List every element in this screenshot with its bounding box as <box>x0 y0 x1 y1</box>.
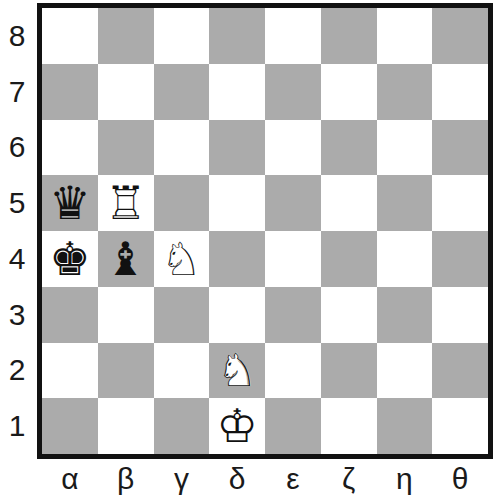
square-e3[interactable] <box>265 287 321 343</box>
square-b4[interactable]: ♝ <box>98 231 154 287</box>
rank-label-1: 1 <box>0 398 34 454</box>
square-h3[interactable] <box>432 287 488 343</box>
file-label-c: γ <box>154 459 210 499</box>
square-e5[interactable] <box>265 175 321 231</box>
square-c6[interactable] <box>154 120 210 176</box>
square-h7[interactable] <box>432 64 488 120</box>
square-g3[interactable] <box>377 287 433 343</box>
square-h1[interactable] <box>432 398 488 454</box>
square-d5[interactable] <box>209 175 265 231</box>
square-f4[interactable] <box>321 231 377 287</box>
file-label-g: η <box>377 459 433 499</box>
square-g1[interactable] <box>377 398 433 454</box>
white-king-glyph: ♔ <box>217 403 258 449</box>
square-a2[interactable] <box>42 343 98 399</box>
square-b5[interactable]: ♜♖ <box>98 175 154 231</box>
file-label-f: ζ <box>321 459 377 499</box>
file-label-e: ε <box>265 459 321 499</box>
square-a7[interactable] <box>42 64 98 120</box>
square-a8[interactable] <box>42 8 98 64</box>
square-e2[interactable] <box>265 343 321 399</box>
white-knight-piece[interactable]: ♞♘ <box>154 231 210 287</box>
black-bishop-glyph: ♝ <box>105 236 146 282</box>
square-g7[interactable] <box>377 64 433 120</box>
square-e6[interactable] <box>265 120 321 176</box>
file-labels: αβγδεζηθ <box>42 459 488 499</box>
square-g2[interactable] <box>377 343 433 399</box>
square-d4[interactable] <box>209 231 265 287</box>
white-rook-piece[interactable]: ♜♖ <box>98 175 154 231</box>
white-rook-glyph: ♖ <box>105 180 146 226</box>
square-c7[interactable] <box>154 64 210 120</box>
rank-labels: 87654321 <box>0 8 34 454</box>
square-c2[interactable] <box>154 343 210 399</box>
square-f5[interactable] <box>321 175 377 231</box>
square-c8[interactable] <box>154 8 210 64</box>
square-e7[interactable] <box>265 64 321 120</box>
square-h5[interactable] <box>432 175 488 231</box>
square-h2[interactable] <box>432 343 488 399</box>
black-bishop-piece[interactable]: ♝ <box>98 231 154 287</box>
square-a4[interactable]: ♚ <box>42 231 98 287</box>
square-f3[interactable] <box>321 287 377 343</box>
file-label-h: θ <box>432 459 488 499</box>
square-c5[interactable] <box>154 175 210 231</box>
square-a5[interactable]: ♛ <box>42 175 98 231</box>
square-e8[interactable] <box>265 8 321 64</box>
rank-label-2: 2 <box>0 343 34 399</box>
rank-label-7: 7 <box>0 64 34 120</box>
chess-board: ♛♜♖♚♝♞♘♞♘♚♔ <box>37 3 493 459</box>
square-g4[interactable] <box>377 231 433 287</box>
square-d8[interactable] <box>209 8 265 64</box>
square-f8[interactable] <box>321 8 377 64</box>
square-d7[interactable] <box>209 64 265 120</box>
square-f1[interactable] <box>321 398 377 454</box>
rank-label-8: 8 <box>0 8 34 64</box>
square-b8[interactable] <box>98 8 154 64</box>
square-f2[interactable] <box>321 343 377 399</box>
square-g8[interactable] <box>377 8 433 64</box>
white-knight-glyph: ♘ <box>217 347 258 393</box>
square-d3[interactable] <box>209 287 265 343</box>
square-b2[interactable] <box>98 343 154 399</box>
file-label-d: δ <box>209 459 265 499</box>
square-f6[interactable] <box>321 120 377 176</box>
square-b1[interactable] <box>98 398 154 454</box>
file-label-b: β <box>98 459 154 499</box>
square-h4[interactable] <box>432 231 488 287</box>
square-d6[interactable] <box>209 120 265 176</box>
square-e1[interactable] <box>265 398 321 454</box>
square-b3[interactable] <box>98 287 154 343</box>
square-a6[interactable] <box>42 120 98 176</box>
rank-label-5: 5 <box>0 175 34 231</box>
rank-label-3: 3 <box>0 287 34 343</box>
square-h6[interactable] <box>432 120 488 176</box>
square-a3[interactable] <box>42 287 98 343</box>
square-a1[interactable] <box>42 398 98 454</box>
rank-label-4: 4 <box>0 231 34 287</box>
file-label-a: α <box>42 459 98 499</box>
square-h8[interactable] <box>432 8 488 64</box>
square-d1[interactable]: ♚♔ <box>209 398 265 454</box>
square-c1[interactable] <box>154 398 210 454</box>
white-king-piece[interactable]: ♚♔ <box>209 398 265 454</box>
square-g6[interactable] <box>377 120 433 176</box>
square-f7[interactable] <box>321 64 377 120</box>
square-g5[interactable] <box>377 175 433 231</box>
square-c3[interactable] <box>154 287 210 343</box>
black-queen-piece[interactable]: ♛ <box>42 175 98 231</box>
black-king-glyph: ♚ <box>49 236 90 282</box>
square-c4[interactable]: ♞♘ <box>154 231 210 287</box>
square-b6[interactable] <box>98 120 154 176</box>
black-queen-glyph: ♛ <box>49 180 90 226</box>
square-b7[interactable] <box>98 64 154 120</box>
square-d2[interactable]: ♞♘ <box>209 343 265 399</box>
chess-diagram: 87654321 ♛♜♖♚♝♞♘♞♘♚♔ αβγδεζηθ <box>0 0 500 500</box>
black-king-piece[interactable]: ♚ <box>42 231 98 287</box>
rank-label-6: 6 <box>0 120 34 176</box>
white-knight-piece[interactable]: ♞♘ <box>209 343 265 399</box>
white-knight-glyph: ♘ <box>161 236 202 282</box>
square-e4[interactable] <box>265 231 321 287</box>
